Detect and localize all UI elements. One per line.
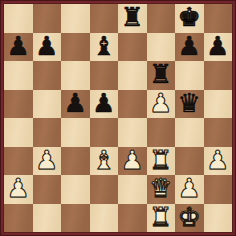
square-d6[interactable]: [90, 61, 119, 90]
square-f5[interactable]: ♟: [147, 90, 176, 119]
square-f7[interactable]: [147, 33, 176, 62]
square-h6[interactable]: [204, 61, 233, 90]
black-pawn-icon: ♟: [64, 90, 87, 116]
square-b6[interactable]: [33, 61, 62, 90]
black-pawn-icon: ♟: [206, 33, 229, 59]
square-g4[interactable]: [175, 118, 204, 147]
square-c1[interactable]: [61, 204, 90, 233]
white-pawn-icon: ♟: [206, 147, 229, 173]
square-c2[interactable]: [61, 175, 90, 204]
chess-board: ♜♚♟♟♝♟♟♜♟♟♟♛♟♝♟♜♟♟♛♟♜♚: [4, 4, 232, 232]
square-h3[interactable]: ♟: [204, 147, 233, 176]
square-a6[interactable]: [4, 61, 33, 90]
square-f1[interactable]: ♜: [147, 204, 176, 233]
white-king-icon: ♚: [178, 204, 201, 230]
square-b3[interactable]: ♟: [33, 147, 62, 176]
white-pawn-icon: ♟: [121, 147, 144, 173]
square-e4[interactable]: [118, 118, 147, 147]
square-g2[interactable]: ♟: [175, 175, 204, 204]
square-d3[interactable]: ♝: [90, 147, 119, 176]
white-pawn-icon: ♟: [35, 147, 58, 173]
square-a7[interactable]: ♟: [4, 33, 33, 62]
white-bishop-icon: ♝: [92, 147, 115, 173]
square-b7[interactable]: ♟: [33, 33, 62, 62]
square-d4[interactable]: [90, 118, 119, 147]
black-pawn-icon: ♟: [35, 33, 58, 59]
square-h2[interactable]: [204, 175, 233, 204]
square-c6[interactable]: [61, 61, 90, 90]
square-e2[interactable]: [118, 175, 147, 204]
square-c5[interactable]: ♟: [61, 90, 90, 119]
square-d7[interactable]: ♝: [90, 33, 119, 62]
square-g7[interactable]: ♟: [175, 33, 204, 62]
square-f3[interactable]: ♜: [147, 147, 176, 176]
square-h5[interactable]: [204, 90, 233, 119]
black-pawn-icon: ♟: [92, 90, 115, 116]
square-a1[interactable]: [4, 204, 33, 233]
black-pawn-icon: ♟: [178, 33, 201, 59]
white-rook-icon: ♜: [149, 147, 172, 173]
black-bishop-icon: ♝: [92, 33, 115, 59]
board-frame: ♜♚♟♟♝♟♟♜♟♟♟♛♟♝♟♜♟♟♛♟♜♚: [0, 0, 236, 236]
square-b1[interactable]: [33, 204, 62, 233]
square-c4[interactable]: [61, 118, 90, 147]
white-queen-icon: ♛: [149, 175, 172, 201]
black-queen-icon: ♛: [178, 90, 201, 116]
square-d5[interactable]: ♟: [90, 90, 119, 119]
square-c3[interactable]: [61, 147, 90, 176]
square-f6[interactable]: ♜: [147, 61, 176, 90]
square-d1[interactable]: [90, 204, 119, 233]
white-rook-icon: ♜: [149, 204, 172, 230]
chess-diagram: ♜♚♟♟♝♟♟♜♟♟♟♛♟♝♟♜♟♟♛♟♜♚: [0, 0, 236, 236]
square-g1[interactable]: ♚: [175, 204, 204, 233]
square-b5[interactable]: [33, 90, 62, 119]
white-pawn-icon: ♟: [149, 90, 172, 116]
square-f4[interactable]: [147, 118, 176, 147]
black-pawn-icon: ♟: [7, 33, 30, 59]
square-f2[interactable]: ♛: [147, 175, 176, 204]
square-c7[interactable]: [61, 33, 90, 62]
square-c8[interactable]: [61, 4, 90, 33]
white-pawn-icon: ♟: [7, 175, 30, 201]
square-g3[interactable]: [175, 147, 204, 176]
square-a2[interactable]: ♟: [4, 175, 33, 204]
square-e6[interactable]: [118, 61, 147, 90]
square-h7[interactable]: ♟: [204, 33, 233, 62]
square-g5[interactable]: ♛: [175, 90, 204, 119]
white-pawn-icon: ♟: [178, 175, 201, 201]
square-a5[interactable]: [4, 90, 33, 119]
square-b8[interactable]: [33, 4, 62, 33]
square-h8[interactable]: [204, 4, 233, 33]
square-a4[interactable]: [4, 118, 33, 147]
square-e7[interactable]: [118, 33, 147, 62]
square-g6[interactable]: [175, 61, 204, 90]
square-e8[interactable]: ♜: [118, 4, 147, 33]
square-h4[interactable]: [204, 118, 233, 147]
square-e3[interactable]: ♟: [118, 147, 147, 176]
square-h1[interactable]: [204, 204, 233, 233]
square-b4[interactable]: [33, 118, 62, 147]
square-a3[interactable]: [4, 147, 33, 176]
square-e1[interactable]: [118, 204, 147, 233]
black-rook-icon: ♜: [149, 61, 172, 87]
square-g8[interactable]: ♚: [175, 4, 204, 33]
black-king-icon: ♚: [178, 4, 201, 30]
square-b2[interactable]: [33, 175, 62, 204]
black-rook-icon: ♜: [121, 4, 144, 30]
square-d8[interactable]: [90, 4, 119, 33]
square-e5[interactable]: [118, 90, 147, 119]
square-f8[interactable]: [147, 4, 176, 33]
square-a8[interactable]: [4, 4, 33, 33]
square-d2[interactable]: [90, 175, 119, 204]
